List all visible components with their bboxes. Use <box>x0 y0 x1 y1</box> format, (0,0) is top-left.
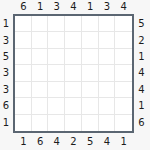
cell-r7c4[interactable] <box>65 115 82 131</box>
cell-r5c7[interactable] <box>115 82 132 98</box>
clue-left-6: 6 <box>0 98 12 114</box>
cell-r1c7[interactable] <box>115 16 132 32</box>
clue-right-6: 1 <box>135 98 148 114</box>
cell-r6c5[interactable] <box>82 98 99 114</box>
cell-r2c7[interactable] <box>115 32 132 48</box>
clue-top-4: 4 <box>65 0 82 13</box>
clue-bottom-1: 1 <box>15 134 32 149</box>
cell-r3c5[interactable] <box>82 49 99 65</box>
cell-r2c4[interactable] <box>65 32 82 48</box>
cell-r4c6[interactable] <box>99 65 116 81</box>
clue-right-5: 4 <box>135 82 148 98</box>
clue-right-3: 1 <box>135 49 148 65</box>
clues-right: 5214416 <box>135 16 148 131</box>
cell-r6c4[interactable] <box>65 98 82 114</box>
cell-r7c7[interactable] <box>115 115 132 131</box>
clue-top-1: 6 <box>15 0 32 13</box>
clue-top-5: 1 <box>82 0 99 13</box>
clues-bottom: 1642541 <box>15 134 132 149</box>
cell-r1c4[interactable] <box>65 16 82 32</box>
clue-top-6: 3 <box>99 0 116 13</box>
clue-bottom-3: 4 <box>48 134 65 149</box>
clue-left-3: 5 <box>0 49 12 65</box>
cell-r6c7[interactable] <box>115 98 132 114</box>
cell-r3c6[interactable] <box>99 49 116 65</box>
cell-r5c5[interactable] <box>82 82 99 98</box>
cell-r6c3[interactable] <box>48 98 65 114</box>
clue-right-7: 6 <box>135 115 148 131</box>
cell-r7c1[interactable] <box>15 115 32 131</box>
cell-r1c6[interactable] <box>99 16 116 32</box>
cell-r2c5[interactable] <box>82 32 99 48</box>
cell-r3c1[interactable] <box>15 49 32 65</box>
clue-top-3: 3 <box>48 0 65 13</box>
cell-r5c2[interactable] <box>32 82 49 98</box>
clue-right-4: 4 <box>135 65 148 81</box>
skyscrapers-puzzle: 6134134 1353361 5214416 1642541 <box>0 0 150 150</box>
cell-r5c3[interactable] <box>48 82 65 98</box>
cell-r2c2[interactable] <box>32 32 49 48</box>
cell-r3c4[interactable] <box>65 49 82 65</box>
cell-r4c7[interactable] <box>115 65 132 81</box>
cell-r7c5[interactable] <box>82 115 99 131</box>
cell-r4c3[interactable] <box>48 65 65 81</box>
cell-r7c6[interactable] <box>99 115 116 131</box>
cell-r3c3[interactable] <box>48 49 65 65</box>
cell-r2c3[interactable] <box>48 32 65 48</box>
cell-r4c2[interactable] <box>32 65 49 81</box>
cell-r4c5[interactable] <box>82 65 99 81</box>
clue-bottom-6: 4 <box>99 134 116 149</box>
clue-top-2: 1 <box>32 0 49 13</box>
cell-r1c3[interactable] <box>48 16 65 32</box>
clue-left-1: 1 <box>0 16 12 32</box>
cell-r2c1[interactable] <box>15 32 32 48</box>
clue-left-7: 1 <box>0 115 12 131</box>
cell-r3c2[interactable] <box>32 49 49 65</box>
cell-r1c2[interactable] <box>32 16 49 32</box>
clue-top-7: 4 <box>115 0 132 13</box>
clue-bottom-2: 6 <box>32 134 49 149</box>
clue-left-4: 3 <box>0 65 12 81</box>
cell-r4c1[interactable] <box>15 65 32 81</box>
clue-right-1: 5 <box>135 16 148 32</box>
cell-r3c7[interactable] <box>115 49 132 65</box>
cell-r6c1[interactable] <box>15 98 32 114</box>
cell-r5c4[interactable] <box>65 82 82 98</box>
cell-r4c4[interactable] <box>65 65 82 81</box>
clue-right-2: 2 <box>135 32 148 48</box>
cell-r1c1[interactable] <box>15 16 32 32</box>
cell-r7c2[interactable] <box>32 115 49 131</box>
clue-bottom-7: 1 <box>115 134 132 149</box>
cell-r5c1[interactable] <box>15 82 32 98</box>
cell-r7c3[interactable] <box>48 115 65 131</box>
cell-r6c6[interactable] <box>99 98 116 114</box>
clue-left-5: 3 <box>0 82 12 98</box>
cell-r6c2[interactable] <box>32 98 49 114</box>
cell-r1c5[interactable] <box>82 16 99 32</box>
clues-left: 1353361 <box>0 16 12 131</box>
cell-r5c6[interactable] <box>99 82 116 98</box>
puzzle-board <box>13 14 134 133</box>
clue-left-2: 3 <box>0 32 12 48</box>
clues-top: 6134134 <box>15 0 132 13</box>
cell-r2c6[interactable] <box>99 32 116 48</box>
clue-bottom-5: 5 <box>82 134 99 149</box>
clue-bottom-4: 2 <box>65 134 82 149</box>
